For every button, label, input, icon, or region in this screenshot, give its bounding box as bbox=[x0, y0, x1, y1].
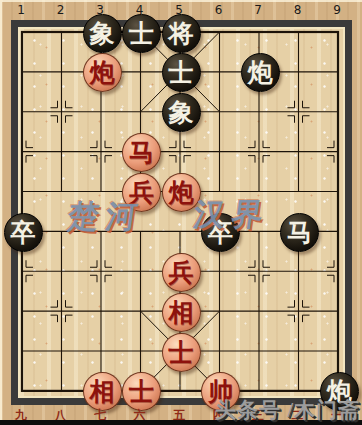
board-frame: 象士将炮士炮象马兵炮卒卒马兵相士相士帅炮 楚河 汉界 bbox=[11, 20, 352, 405]
piece-glyph: 马 bbox=[287, 220, 312, 245]
piece-red-advisor[interactable]: 士 bbox=[162, 333, 201, 372]
piece-red-elephant[interactable]: 相 bbox=[162, 293, 201, 332]
file-label-top-2: 2 bbox=[52, 3, 70, 17]
piece-glyph: 卒 bbox=[11, 220, 36, 245]
piece-glyph: 将 bbox=[169, 21, 194, 46]
piece-glyph: 兵 bbox=[169, 260, 194, 285]
river-label-hanjie: 汉界 bbox=[191, 194, 273, 236]
piece-glyph: 炮 bbox=[90, 60, 115, 85]
piece-glyph: 炮 bbox=[248, 60, 273, 85]
piece-red-advisor[interactable]: 士 bbox=[122, 372, 161, 411]
piece-red-cannon[interactable]: 炮 bbox=[83, 53, 122, 92]
piece-glyph: 士 bbox=[169, 60, 194, 85]
file-label-top-8: 8 bbox=[289, 3, 307, 17]
piece-glyph: 士 bbox=[129, 21, 154, 46]
file-label-top-1: 1 bbox=[12, 3, 30, 17]
piece-black-cannon[interactable]: 炮 bbox=[241, 53, 280, 92]
piece-glyph: 炮 bbox=[169, 180, 194, 205]
piece-black-soldier[interactable]: 卒 bbox=[4, 213, 43, 252]
piece-black-advisor[interactable]: 士 bbox=[162, 53, 201, 92]
piece-glyph: 相 bbox=[169, 300, 194, 325]
piece-glyph: 士 bbox=[169, 340, 194, 365]
piece-black-advisor[interactable]: 士 bbox=[122, 14, 161, 53]
file-label-top-9: 9 bbox=[328, 3, 346, 17]
piece-red-soldier[interactable]: 兵 bbox=[162, 253, 201, 292]
file-label-top-6: 6 bbox=[210, 3, 228, 17]
piece-red-elephant[interactable]: 相 bbox=[83, 372, 122, 411]
watermark: 头条号 /木门斋 bbox=[215, 396, 360, 424]
file-label-top-7: 7 bbox=[249, 3, 267, 17]
piece-black-elephant[interactable]: 象 bbox=[162, 93, 201, 132]
piece-black-general[interactable]: 将 bbox=[162, 14, 201, 53]
piece-glyph: 象 bbox=[169, 100, 194, 125]
piece-glyph: 象 bbox=[90, 21, 115, 46]
piece-black-horse[interactable]: 马 bbox=[280, 213, 319, 252]
xiangqi-board[interactable]: 象士将炮士炮象马兵炮卒卒马兵相士相士帅炮 楚河 汉界 bbox=[18, 27, 345, 398]
xiangqi-diagram: 123456789 象士将炮士炮象马兵炮卒卒马兵相士相士帅炮 楚河 汉界 九八七… bbox=[0, 0, 362, 425]
piece-glyph: 相 bbox=[90, 379, 115, 404]
piece-glyph: 士 bbox=[129, 379, 154, 404]
piece-red-horse[interactable]: 马 bbox=[122, 133, 161, 172]
river-label-chuhe: 楚河 bbox=[65, 196, 147, 238]
piece-black-elephant[interactable]: 象 bbox=[83, 14, 122, 53]
piece-glyph: 马 bbox=[129, 140, 154, 165]
